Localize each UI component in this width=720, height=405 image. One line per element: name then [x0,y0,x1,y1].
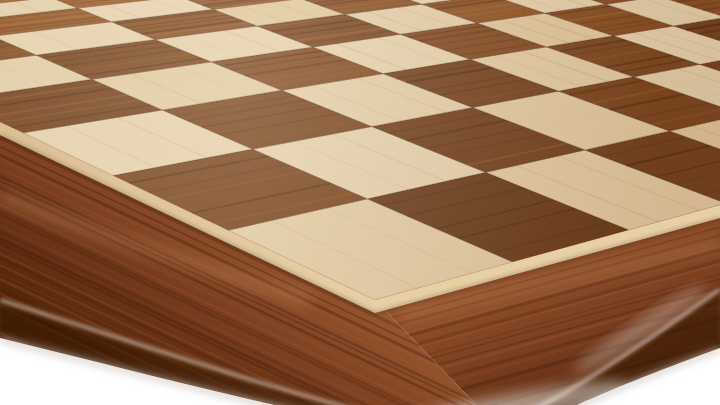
chess-board [0,0,720,405]
product-photo [0,0,720,405]
